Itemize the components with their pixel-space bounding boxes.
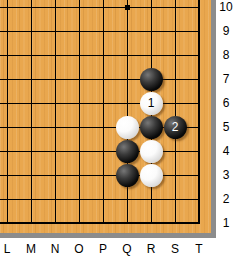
grid-line-row-10 <box>0 7 200 8</box>
grid-line-col-T <box>198 0 200 224</box>
black-stone-Q3 <box>116 164 139 187</box>
grid-line-row-9 <box>0 31 200 32</box>
board-edge-shadow-bottom <box>0 233 216 238</box>
grid-line-col-N <box>55 0 56 224</box>
grid-line-row-8 <box>0 55 200 56</box>
white-stone-R6: 1 <box>140 92 163 115</box>
white-stone-R4 <box>140 140 163 163</box>
grid-line-col-P <box>103 0 104 224</box>
grid-line-row-2 <box>0 199 200 200</box>
column-label-Q: Q <box>118 240 136 258</box>
column-label-R: R <box>142 240 160 258</box>
black-stone-R7 <box>140 68 163 91</box>
black-stone-R5 <box>140 116 163 139</box>
row-label-8: 8 <box>216 47 236 63</box>
column-label-T: T <box>190 240 208 258</box>
column-label-P: P <box>94 240 112 258</box>
white-stone-R3 <box>140 164 163 187</box>
grid-line-row-1 <box>0 222 200 224</box>
column-label-N: N <box>46 240 64 258</box>
go-diagram: 12LMNOPQRST10987654321 <box>0 0 236 260</box>
row-label-7: 7 <box>216 71 236 87</box>
row-label-2: 2 <box>216 191 236 207</box>
star-point-Q10 <box>125 5 130 10</box>
row-label-6: 6 <box>216 95 236 111</box>
row-label-5: 5 <box>216 119 236 135</box>
grid-line-row-6 <box>0 103 200 104</box>
row-label-1: 1 <box>216 215 236 231</box>
grid-line-col-O <box>79 0 80 224</box>
grid-line-col-Q <box>127 0 128 224</box>
grid-line-col-S <box>175 0 176 224</box>
column-label-M: M <box>22 240 40 258</box>
grid-line-col-L <box>7 0 8 224</box>
black-stone-Q4 <box>116 140 139 163</box>
grid-line-col-M <box>31 0 32 224</box>
move-number-label: 1 <box>148 97 155 109</box>
row-label-3: 3 <box>216 167 236 183</box>
column-label-O: O <box>70 240 88 258</box>
black-stone-S5: 2 <box>164 116 187 139</box>
row-label-4: 4 <box>216 143 236 159</box>
grid-line-row-4 <box>0 151 200 152</box>
row-label-9: 9 <box>216 23 236 39</box>
row-label-10: 10 <box>216 0 236 15</box>
column-label-L: L <box>0 240 16 258</box>
white-stone-Q5 <box>116 116 139 139</box>
grid-line-row-3 <box>0 175 200 176</box>
grid-line-row-7 <box>0 79 200 80</box>
move-number-label: 2 <box>172 121 179 133</box>
column-label-S: S <box>166 240 184 258</box>
